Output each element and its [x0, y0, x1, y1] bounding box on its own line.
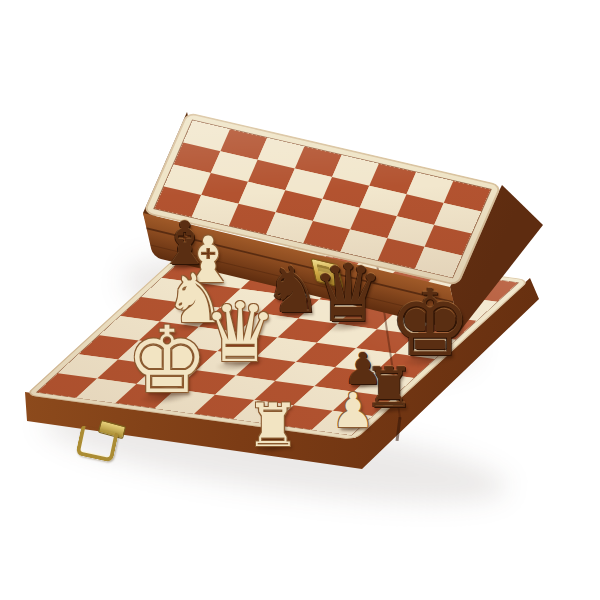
piece-shadow	[138, 385, 197, 408]
piece-shadow	[349, 380, 377, 391]
piece-shadow	[371, 403, 407, 417]
piece-shadow	[166, 258, 204, 273]
piece-shadow	[188, 277, 229, 293]
product-photo-scene: ♝♝♞♛♞♚♛♟♚♜♟♜	[0, 0, 600, 600]
piece-shadow	[173, 317, 216, 334]
piece-shadow	[254, 440, 292, 455]
piece-shadow	[323, 315, 374, 335]
piece-shadow	[338, 422, 369, 434]
piece-layer: ♝♝♞♛♞♚♛♟♚♜♟♜	[0, 0, 600, 600]
piece-shadow	[273, 307, 314, 323]
piece-shadow	[214, 354, 266, 374]
piece-shadow	[401, 348, 460, 371]
